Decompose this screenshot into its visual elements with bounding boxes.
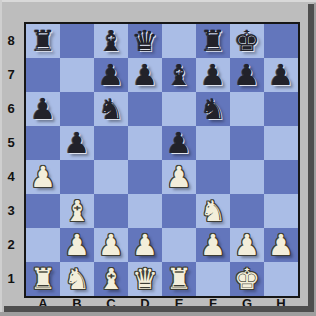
square-b5[interactable]: ♟: [60, 126, 94, 160]
square-e6[interactable]: [162, 92, 196, 126]
square-f7[interactable]: ♟: [196, 58, 230, 92]
square-d7[interactable]: ♟: [128, 58, 162, 92]
square-g4[interactable]: [230, 160, 264, 194]
piece-black-pawn[interactable]: ♟: [166, 126, 192, 160]
square-b7[interactable]: [60, 58, 94, 92]
piece-black-pawn[interactable]: ♟: [132, 58, 158, 92]
piece-white-bishop[interactable]: ♝: [98, 262, 124, 296]
square-e8[interactable]: [162, 24, 196, 58]
square-a3[interactable]: [26, 194, 60, 228]
rank-label-2: 2: [0, 228, 22, 262]
square-f5[interactable]: [196, 126, 230, 160]
square-c6[interactable]: ♞: [94, 92, 128, 126]
square-h6[interactable]: [264, 92, 298, 126]
square-h4[interactable]: [264, 160, 298, 194]
square-b2[interactable]: ♟: [60, 228, 94, 262]
square-g3[interactable]: [230, 194, 264, 228]
square-a4[interactable]: ♟: [26, 160, 60, 194]
piece-black-knight[interactable]: ♞: [98, 92, 124, 126]
square-e3[interactable]: [162, 194, 196, 228]
piece-white-knight[interactable]: ♞: [200, 194, 226, 228]
rank-label-1: 1: [0, 262, 22, 296]
rank-label-3: 3: [0, 194, 22, 228]
square-e4[interactable]: ♟: [162, 160, 196, 194]
square-h2[interactable]: ♟: [264, 228, 298, 262]
square-a7[interactable]: [26, 58, 60, 92]
square-d8[interactable]: ♛: [128, 24, 162, 58]
square-g5[interactable]: [230, 126, 264, 160]
square-d6[interactable]: [128, 92, 162, 126]
rank-label-7: 7: [0, 58, 22, 92]
piece-white-pawn[interactable]: ♟: [234, 228, 260, 262]
square-a2[interactable]: [26, 228, 60, 262]
rank-label-5: 5: [0, 126, 22, 160]
frame-edge-right: [314, 3, 316, 316]
piece-white-pawn[interactable]: ♟: [268, 228, 294, 262]
square-d5[interactable]: [128, 126, 162, 160]
square-g8[interactable]: ♚: [230, 24, 264, 58]
piece-black-rook[interactable]: ♜: [30, 24, 56, 58]
rank-label-4: 4: [0, 160, 22, 194]
piece-white-bishop[interactable]: ♝: [64, 194, 90, 228]
square-f2[interactable]: ♟: [196, 228, 230, 262]
square-g2[interactable]: ♟: [230, 228, 264, 262]
square-e2[interactable]: [162, 228, 196, 262]
chess-window-frame: 87654321 ABCDEFGH ♜♝♛♜♚♟♟♝♟♟♟♟♞♞♟♟♟♟♝♞♟♟…: [0, 0, 316, 316]
piece-black-pawn[interactable]: ♟: [268, 58, 294, 92]
square-c5[interactable]: [94, 126, 128, 160]
square-h3[interactable]: [264, 194, 298, 228]
piece-white-king[interactable]: ♚: [234, 262, 260, 296]
square-f3[interactable]: ♞: [196, 194, 230, 228]
piece-black-rook[interactable]: ♜: [200, 24, 226, 58]
square-c3[interactable]: [94, 194, 128, 228]
square-d3[interactable]: [128, 194, 162, 228]
square-f8[interactable]: ♜: [196, 24, 230, 58]
square-e1[interactable]: ♜: [162, 262, 196, 296]
frame-edge-bottom: [0, 312, 316, 316]
piece-white-knight[interactable]: ♞: [64, 262, 90, 296]
piece-black-bishop[interactable]: ♝: [166, 58, 192, 92]
square-f1[interactable]: [196, 262, 230, 296]
piece-black-pawn[interactable]: ♟: [64, 126, 90, 160]
rank-label-6: 6: [0, 92, 22, 126]
piece-white-pawn[interactable]: ♟: [166, 160, 192, 194]
piece-black-pawn[interactable]: ♟: [200, 58, 226, 92]
square-c4[interactable]: [94, 160, 128, 194]
piece-black-queen[interactable]: ♛: [132, 24, 158, 58]
square-h5[interactable]: [264, 126, 298, 160]
square-e7[interactable]: ♝: [162, 58, 196, 92]
square-f4[interactable]: [196, 160, 230, 194]
piece-black-pawn[interactable]: ♟: [234, 58, 260, 92]
square-e5[interactable]: ♟: [162, 126, 196, 160]
piece-black-king[interactable]: ♚: [234, 24, 260, 58]
square-a1[interactable]: ♜: [26, 262, 60, 296]
rank-label-8: 8: [0, 24, 22, 58]
square-d2[interactable]: ♟: [128, 228, 162, 262]
piece-black-bishop[interactable]: ♝: [98, 24, 124, 58]
square-g1[interactable]: ♚: [230, 262, 264, 296]
square-b3[interactable]: ♝: [60, 194, 94, 228]
square-a6[interactable]: ♟: [26, 92, 60, 126]
piece-black-knight[interactable]: ♞: [200, 92, 226, 126]
square-b1[interactable]: ♞: [60, 262, 94, 296]
piece-white-pawn[interactable]: ♟: [30, 160, 56, 194]
square-c1[interactable]: ♝: [94, 262, 128, 296]
square-a5[interactable]: [26, 126, 60, 160]
square-b6[interactable]: [60, 92, 94, 126]
piece-white-pawn[interactable]: ♟: [132, 228, 158, 262]
chess-board[interactable]: ♜♝♛♜♚♟♟♝♟♟♟♟♞♞♟♟♟♟♝♞♟♟♟♟♟♟♜♞♝♛♜♚: [24, 22, 300, 298]
piece-white-pawn[interactable]: ♟: [98, 228, 124, 262]
square-h1[interactable]: [264, 262, 298, 296]
square-f6[interactable]: ♞: [196, 92, 230, 126]
square-d1[interactable]: ♛: [128, 262, 162, 296]
square-b8[interactable]: [60, 24, 94, 58]
square-b4[interactable]: [60, 160, 94, 194]
piece-white-pawn[interactable]: ♟: [64, 228, 90, 262]
square-h7[interactable]: ♟: [264, 58, 298, 92]
square-c7[interactable]: ♟: [94, 58, 128, 92]
square-h8[interactable]: [264, 24, 298, 58]
square-g6[interactable]: [230, 92, 264, 126]
square-a8[interactable]: ♜: [26, 24, 60, 58]
square-g7[interactable]: ♟: [230, 58, 264, 92]
piece-black-pawn[interactable]: ♟: [30, 92, 56, 126]
square-c2[interactable]: ♟: [94, 228, 128, 262]
piece-white-rook[interactable]: ♜: [166, 262, 192, 296]
square-d4[interactable]: [128, 160, 162, 194]
piece-white-pawn[interactable]: ♟: [200, 228, 226, 262]
piece-white-rook[interactable]: ♜: [30, 262, 56, 296]
square-c8[interactable]: ♝: [94, 24, 128, 58]
piece-black-pawn[interactable]: ♟: [98, 58, 124, 92]
piece-white-queen[interactable]: ♛: [132, 262, 158, 296]
